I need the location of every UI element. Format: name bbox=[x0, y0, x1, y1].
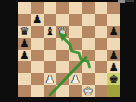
piece-black-pawn[interactable]: ♟ bbox=[109, 26, 119, 37]
square-a4[interactable]: ♟ bbox=[18, 50, 31, 62]
piece-white-queen[interactable]: ♛ bbox=[58, 26, 68, 37]
square-a3[interactable] bbox=[18, 61, 31, 73]
piece-black-pawn[interactable]: ♟ bbox=[109, 61, 119, 72]
square-f6[interactable] bbox=[82, 26, 95, 38]
chess-board: ♟♛♝♛♟♟♟♟♟♟♟♚♚ bbox=[18, 2, 120, 97]
piece-black-bishop[interactable]: ♝ bbox=[45, 26, 55, 37]
square-c8[interactable] bbox=[44, 2, 57, 14]
square-c2[interactable]: ♟ bbox=[44, 73, 57, 85]
square-g7[interactable] bbox=[95, 14, 108, 26]
piece-black-pawn[interactable]: ♟ bbox=[19, 38, 29, 49]
square-g1[interactable] bbox=[95, 85, 108, 97]
window-chrome-fragment-dark bbox=[125, 0, 134, 2]
piece-white-king[interactable]: ♚ bbox=[83, 85, 93, 96]
square-d8[interactable] bbox=[56, 2, 69, 14]
square-h2[interactable]: ♚ bbox=[107, 73, 120, 85]
square-c1[interactable] bbox=[44, 85, 57, 97]
square-e1[interactable] bbox=[69, 85, 82, 97]
square-e4[interactable] bbox=[69, 50, 82, 62]
square-e8[interactable] bbox=[69, 2, 82, 14]
square-c6[interactable]: ♝ bbox=[44, 26, 57, 38]
square-c4[interactable] bbox=[44, 50, 57, 62]
square-e5[interactable] bbox=[69, 38, 82, 50]
square-g6[interactable] bbox=[95, 26, 108, 38]
square-a8[interactable] bbox=[18, 2, 31, 14]
square-b7[interactable]: ♟ bbox=[31, 14, 44, 26]
square-c5[interactable] bbox=[44, 38, 57, 50]
square-d6[interactable]: ♛ bbox=[56, 26, 69, 38]
window-chrome-fragment bbox=[118, 0, 125, 3]
square-g8[interactable] bbox=[95, 2, 108, 14]
square-d3[interactable] bbox=[56, 61, 69, 73]
square-f4[interactable] bbox=[82, 50, 95, 62]
square-b1[interactable] bbox=[31, 85, 44, 97]
piece-black-pawn[interactable]: ♟ bbox=[19, 49, 29, 60]
square-g2[interactable] bbox=[95, 73, 108, 85]
square-f3[interactable] bbox=[82, 61, 95, 73]
square-g3[interactable] bbox=[95, 61, 108, 73]
square-b3[interactable] bbox=[31, 61, 44, 73]
square-b5[interactable] bbox=[31, 38, 44, 50]
square-d1[interactable] bbox=[56, 85, 69, 97]
square-d2[interactable] bbox=[56, 73, 69, 85]
square-b2[interactable] bbox=[31, 73, 44, 85]
piece-white-pawn[interactable]: ♟ bbox=[70, 73, 80, 84]
chess-app-screenshot: ♟♛♝♛♟♟♟♟♟♟♟♚♚ bbox=[0, 0, 136, 102]
piece-black-king[interactable]: ♚ bbox=[109, 73, 119, 84]
square-a2[interactable] bbox=[18, 73, 31, 85]
square-d5[interactable] bbox=[56, 38, 69, 50]
square-b6[interactable] bbox=[31, 26, 44, 38]
square-h6[interactable]: ♟ bbox=[107, 26, 120, 38]
square-f5[interactable] bbox=[82, 38, 95, 50]
square-f8[interactable] bbox=[82, 2, 95, 14]
square-e2[interactable]: ♟ bbox=[69, 73, 82, 85]
square-a1[interactable] bbox=[18, 85, 31, 97]
square-g4[interactable] bbox=[95, 50, 108, 62]
square-e6[interactable] bbox=[69, 26, 82, 38]
piece-black-queen[interactable]: ♛ bbox=[19, 26, 29, 37]
square-e7[interactable] bbox=[69, 14, 82, 26]
piece-black-pawn[interactable]: ♟ bbox=[32, 14, 42, 25]
square-f7[interactable] bbox=[82, 14, 95, 26]
piece-black-pawn[interactable]: ♟ bbox=[109, 49, 119, 60]
square-g5[interactable] bbox=[95, 38, 108, 50]
square-h8[interactable] bbox=[107, 2, 120, 14]
square-f1[interactable]: ♚ bbox=[82, 85, 95, 97]
piece-white-pawn[interactable]: ♟ bbox=[45, 73, 55, 84]
square-d4[interactable] bbox=[56, 50, 69, 62]
square-h1[interactable] bbox=[107, 85, 120, 97]
square-b4[interactable] bbox=[31, 50, 44, 62]
